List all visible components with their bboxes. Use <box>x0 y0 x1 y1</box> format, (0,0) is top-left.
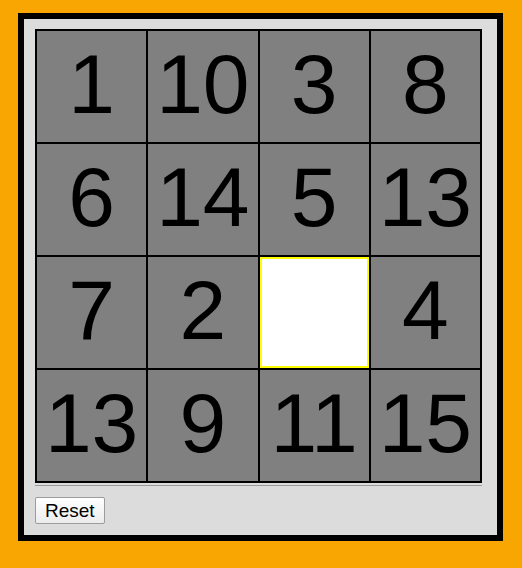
puzzle-panel: 1 10 3 8 6 14 5 13 7 2 4 13 9 11 15 Rese… <box>18 13 503 541</box>
tile-7[interactable]: 7 <box>37 257 146 368</box>
tile-2[interactable]: 2 <box>148 257 257 368</box>
tile-13[interactable]: 13 <box>371 144 480 255</box>
board-underline <box>35 485 482 486</box>
tile-6[interactable]: 6 <box>37 144 146 255</box>
tile-14[interactable]: 14 <box>148 144 257 255</box>
tile-5[interactable]: 5 <box>260 144 369 255</box>
tile-13-2[interactable]: 13 <box>37 370 146 481</box>
tile-1[interactable]: 1 <box>37 31 146 142</box>
tile-15[interactable]: 15 <box>371 370 480 481</box>
tile-4[interactable]: 4 <box>371 257 480 368</box>
tile-11[interactable]: 11 <box>260 370 369 481</box>
tile-3[interactable]: 3 <box>260 31 369 142</box>
tile-9[interactable]: 9 <box>148 370 257 481</box>
tile-10[interactable]: 10 <box>148 31 257 142</box>
puzzle-board: 1 10 3 8 6 14 5 13 7 2 4 13 9 11 15 <box>35 29 482 483</box>
reset-button[interactable]: Reset <box>35 497 105 524</box>
empty-cell <box>260 257 369 368</box>
tile-8[interactable]: 8 <box>371 31 480 142</box>
